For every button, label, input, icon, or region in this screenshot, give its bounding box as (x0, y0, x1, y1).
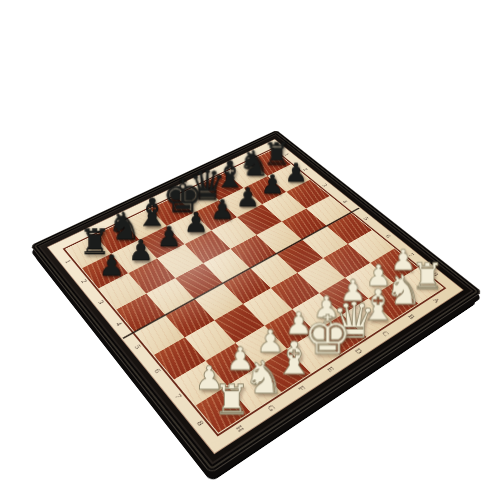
perspective-scene: ♜♞♝♚♛♝♞♜♟♟♟♟♟♟♟♟♟♟♟♟♟♟♟♟♜♞♝♚♛♝♞♜ HGFEDCB… (0, 0, 500, 500)
chess-set-photo: ♜♞♝♚♛♝♞♜♟♟♟♟♟♟♟♟♟♟♟♟♟♟♟♟♜♞♝♚♛♝♞♜ HGFEDCB… (0, 0, 500, 500)
chess-board-frame: ♜♞♝♚♛♝♞♜♟♟♟♟♟♟♟♟♟♟♟♟♟♟♟♟♜♞♝♚♛♝♞♜ HGFEDCB… (30, 130, 482, 474)
board-border-strip: ♜♞♝♚♛♝♞♜♟♟♟♟♟♟♟♟♟♟♟♟♟♟♟♟♜♞♝♚♛♝♞♜ HGFEDCB… (47, 139, 464, 454)
